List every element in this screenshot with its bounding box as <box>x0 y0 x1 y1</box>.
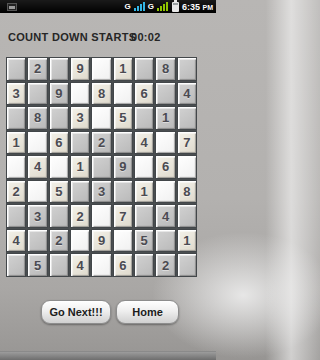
cell-r2c6[interactable] <box>113 82 133 106</box>
cell-r7c4[interactable]: 2 <box>70 204 90 228</box>
countdown-timer: 00:02 <box>131 31 161 43</box>
network-type-1: G <box>125 0 131 13</box>
cell-r9c4[interactable]: 4 <box>70 253 90 277</box>
cell-r6c9[interactable]: 8 <box>177 180 197 204</box>
clock-time: 6:35 <box>182 2 200 12</box>
cell-r6c1[interactable]: 2 <box>6 180 26 204</box>
cell-r8c4[interactable] <box>70 229 90 253</box>
cell-r5c6[interactable]: 9 <box>113 155 133 179</box>
cell-r3c7[interactable] <box>134 106 154 130</box>
cell-r8c3[interactable]: 2 <box>49 229 69 253</box>
go-next-button[interactable]: Go Next!!! <box>41 300 111 324</box>
cell-r9c7[interactable] <box>134 253 154 277</box>
cell-r7c9[interactable] <box>177 204 197 228</box>
cell-r8c9[interactable]: 1 <box>177 229 197 253</box>
cell-r6c7[interactable]: 1 <box>134 180 154 204</box>
cell-r9c6[interactable]: 6 <box>113 253 133 277</box>
network-type-2: G <box>148 0 154 13</box>
cell-r1c5[interactable] <box>91 57 111 81</box>
cell-r8c8[interactable] <box>155 229 175 253</box>
cell-r8c5[interactable]: 9 <box>91 229 111 253</box>
cell-r7c5[interactable] <box>91 204 111 228</box>
cell-r2c2[interactable] <box>27 82 47 106</box>
cell-r7c2[interactable]: 3 <box>27 204 47 228</box>
cell-r6c3[interactable]: 5 <box>49 180 69 204</box>
cell-r1c6[interactable]: 1 <box>113 57 133 81</box>
cell-r3c2[interactable]: 8 <box>27 106 47 130</box>
cell-r1c8[interactable]: 8 <box>155 57 175 81</box>
cell-r5c3[interactable] <box>49 155 69 179</box>
cell-r9c8[interactable]: 2 <box>155 253 175 277</box>
cell-r8c7[interactable]: 5 <box>134 229 154 253</box>
cell-r3c1[interactable] <box>6 106 26 130</box>
cell-r4c3[interactable]: 6 <box>49 131 69 155</box>
cell-r9c1[interactable] <box>6 253 26 277</box>
cell-r2c4[interactable] <box>70 82 90 106</box>
cell-r6c4[interactable] <box>70 180 90 204</box>
cell-r2c9[interactable]: 4 <box>177 82 197 106</box>
signal-bars-icon-1 <box>134 2 145 11</box>
cell-r8c1[interactable]: 4 <box>6 229 26 253</box>
cell-r3c3[interactable] <box>49 106 69 130</box>
cell-r8c2[interactable] <box>27 229 47 253</box>
clock-ampm: PM <box>203 4 214 11</box>
cell-r3c5[interactable] <box>91 106 111 130</box>
cell-r5c5[interactable] <box>91 155 111 179</box>
cell-r4c5[interactable]: 2 <box>91 131 111 155</box>
status-clock: 6:35 PM <box>182 2 213 12</box>
cell-r2c1[interactable]: 3 <box>6 82 26 106</box>
cell-r7c3[interactable] <box>49 204 69 228</box>
cell-r6c5[interactable]: 3 <box>91 180 111 204</box>
cell-r1c3[interactable] <box>49 57 69 81</box>
cell-r1c1[interactable] <box>6 57 26 81</box>
home-button[interactable]: Home <box>116 300 179 324</box>
cell-r2c7[interactable]: 6 <box>134 82 154 106</box>
cell-r4c7[interactable]: 4 <box>134 131 154 155</box>
cell-r5c2[interactable]: 4 <box>27 155 47 179</box>
cell-r7c1[interactable] <box>6 204 26 228</box>
cell-r3c4[interactable]: 3 <box>70 106 90 130</box>
cell-r4c8[interactable] <box>155 131 175 155</box>
cell-r9c9[interactable] <box>177 253 197 277</box>
cell-r5c4[interactable]: 1 <box>70 155 90 179</box>
cell-r3c9[interactable] <box>177 106 197 130</box>
cell-r4c4[interactable] <box>70 131 90 155</box>
cell-r1c4[interactable]: 9 <box>70 57 90 81</box>
cell-r1c7[interactable] <box>134 57 154 81</box>
cell-r4c2[interactable] <box>27 131 47 155</box>
cell-r7c6[interactable]: 7 <box>113 204 133 228</box>
cell-r2c3[interactable]: 9 <box>49 82 69 106</box>
cell-r6c8[interactable] <box>155 180 175 204</box>
cell-r6c2[interactable] <box>27 180 47 204</box>
status-bar: G G 6:35 PM <box>0 0 216 13</box>
notification-icon <box>7 3 17 11</box>
cell-r4c6[interactable] <box>113 131 133 155</box>
battery-icon <box>172 2 179 12</box>
cell-r6c6[interactable] <box>113 180 133 204</box>
cell-r7c7[interactable] <box>134 204 154 228</box>
cell-r2c8[interactable] <box>155 82 175 106</box>
cell-r3c8[interactable]: 1 <box>155 106 175 130</box>
cell-r9c2[interactable]: 5 <box>27 253 47 277</box>
cell-r1c2[interactable]: 2 <box>27 57 47 81</box>
page-title: COUNT DOWN STARTS <box>8 31 136 43</box>
cell-r1c9[interactable] <box>177 57 197 81</box>
cell-r8c6[interactable] <box>113 229 133 253</box>
cell-r4c1[interactable]: 1 <box>6 131 26 155</box>
cell-r9c5[interactable] <box>91 253 111 277</box>
signal-bars-icon-2 <box>157 2 168 11</box>
cell-r2c5[interactable]: 8 <box>91 82 111 106</box>
cell-r7c8[interactable]: 4 <box>155 204 175 228</box>
cell-r4c9[interactable]: 7 <box>177 131 197 155</box>
sudoku-grid: 2918398648351162474196253183274429515462 <box>6 57 197 277</box>
cell-r3c6[interactable]: 5 <box>113 106 133 130</box>
cell-r9c3[interactable] <box>49 253 69 277</box>
cell-r5c8[interactable]: 6 <box>155 155 175 179</box>
cell-r5c9[interactable] <box>177 155 197 179</box>
cell-r5c1[interactable] <box>6 155 26 179</box>
cell-r5c7[interactable] <box>134 155 154 179</box>
bottom-edge-strip <box>0 351 216 360</box>
